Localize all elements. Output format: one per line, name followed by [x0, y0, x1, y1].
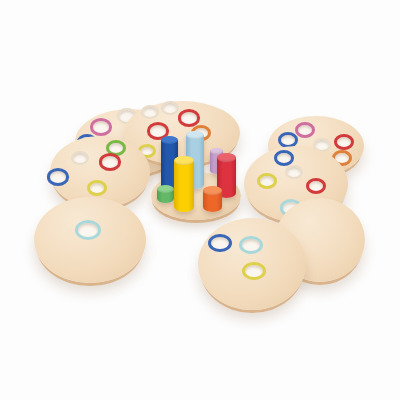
disc-hole-red-ring — [334, 134, 354, 150]
disc-hole-blue-ring — [274, 150, 294, 166]
peg-top-red — [217, 153, 236, 162]
peg-top-green — [157, 185, 174, 193]
disc-hole-yellow-ring — [242, 262, 266, 281]
disc-hole-red-ring — [99, 153, 121, 170]
disc-hole-plain-ring — [161, 101, 179, 115]
disc-hole-yellow-ring — [257, 173, 277, 189]
disc-hole-yellow-ring — [87, 180, 107, 196]
disc-hole-pink-ring — [295, 122, 315, 138]
disc-hole-blue-ring — [208, 234, 232, 253]
peg-yellow — [174, 160, 194, 212]
product-photo-stage — [0, 0, 400, 400]
disc-hole-plain-ring — [141, 105, 159, 119]
disc-hole-teal-ring — [75, 220, 101, 240]
peg-top-dark-blue — [161, 136, 178, 144]
disc-hole-plain-ring — [285, 165, 303, 179]
disc-hole-pink-ring — [90, 118, 112, 135]
disc-hole-red-ring — [178, 109, 200, 126]
disc-hole-plain-ring — [71, 151, 89, 165]
disc-hole-red-ring — [306, 178, 326, 194]
disc-hole-blue-ring — [47, 168, 69, 185]
peg-top-orange — [203, 186, 222, 195]
disc-hole-teal-ring — [239, 236, 263, 255]
disc-front-left — [34, 197, 146, 283]
